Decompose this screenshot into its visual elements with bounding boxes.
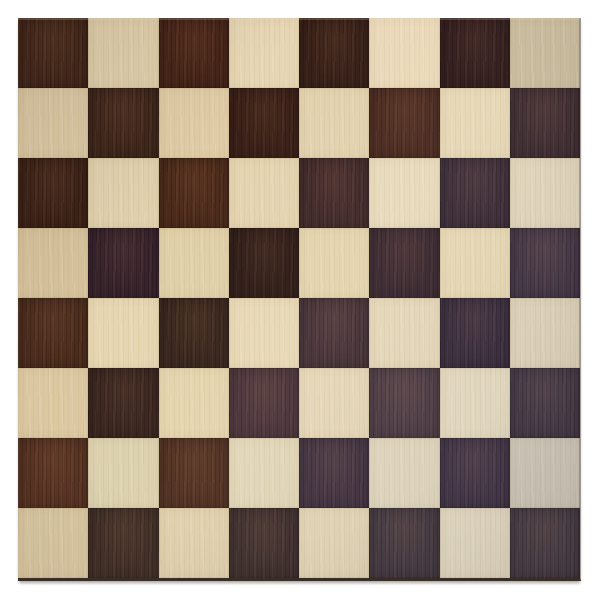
square-b1 <box>88 508 158 578</box>
square-c4 <box>159 298 229 368</box>
square-e1 <box>299 508 369 578</box>
square-a1 <box>18 508 88 578</box>
square-d7 <box>229 88 299 158</box>
square-g4 <box>440 298 510 368</box>
chessboard <box>18 18 580 578</box>
square-a6 <box>18 158 88 228</box>
square-e4 <box>299 298 369 368</box>
square-f5 <box>369 228 439 298</box>
photo-background <box>0 0 600 600</box>
square-d3 <box>229 368 299 438</box>
square-h5 <box>510 228 580 298</box>
square-g6 <box>440 158 510 228</box>
square-f3 <box>369 368 439 438</box>
square-h4 <box>510 298 580 368</box>
board-area <box>18 18 581 581</box>
square-c1 <box>159 508 229 578</box>
square-b7 <box>88 88 158 158</box>
square-g1 <box>440 508 510 578</box>
square-c2 <box>159 438 229 508</box>
square-d8 <box>229 18 299 88</box>
square-f1 <box>369 508 439 578</box>
square-b5 <box>88 228 158 298</box>
square-f6 <box>369 158 439 228</box>
square-a3 <box>18 368 88 438</box>
square-g3 <box>440 368 510 438</box>
square-h6 <box>510 158 580 228</box>
square-b8 <box>88 18 158 88</box>
square-h3 <box>510 368 580 438</box>
square-d1 <box>229 508 299 578</box>
square-e8 <box>299 18 369 88</box>
square-a5 <box>18 228 88 298</box>
square-c6 <box>159 158 229 228</box>
square-g2 <box>440 438 510 508</box>
square-h8 <box>510 18 580 88</box>
square-h1 <box>510 508 580 578</box>
square-e2 <box>299 438 369 508</box>
square-b3 <box>88 368 158 438</box>
square-b4 <box>88 298 158 368</box>
square-a7 <box>18 88 88 158</box>
square-c3 <box>159 368 229 438</box>
square-g8 <box>440 18 510 88</box>
square-a4 <box>18 298 88 368</box>
square-d4 <box>229 298 299 368</box>
square-h2 <box>510 438 580 508</box>
square-e3 <box>299 368 369 438</box>
square-g5 <box>440 228 510 298</box>
square-f8 <box>369 18 439 88</box>
square-a8 <box>18 18 88 88</box>
square-g7 <box>440 88 510 158</box>
square-e7 <box>299 88 369 158</box>
square-f7 <box>369 88 439 158</box>
square-e6 <box>299 158 369 228</box>
square-a2 <box>18 438 88 508</box>
square-b6 <box>88 158 158 228</box>
square-f4 <box>369 298 439 368</box>
square-c5 <box>159 228 229 298</box>
square-e5 <box>299 228 369 298</box>
square-c7 <box>159 88 229 158</box>
square-f2 <box>369 438 439 508</box>
square-c8 <box>159 18 229 88</box>
square-d2 <box>229 438 299 508</box>
square-d6 <box>229 158 299 228</box>
square-d5 <box>229 228 299 298</box>
square-h7 <box>510 88 580 158</box>
square-b2 <box>88 438 158 508</box>
